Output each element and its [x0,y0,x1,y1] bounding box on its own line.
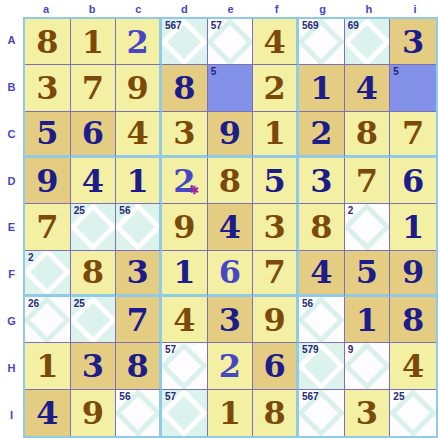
cell-value: 8 [356,117,378,149]
cell-Bf[interactable]: 2 [253,65,299,111]
pencil-marks: 57 [165,344,176,355]
col-label-i: i [392,0,438,17]
cell-value: 8 [127,350,149,382]
cell-Ge[interactable]: 3 [208,297,254,343]
cell-value: 9 [127,72,149,104]
cell-Ce[interactable]: 9 [208,112,254,158]
cell-value: 7 [127,304,149,336]
cell-value: 7 [36,211,58,243]
cell-Hf[interactable]: 6 [253,343,299,389]
cell-Ah[interactable]: 69 [345,19,391,65]
sudoku-board: 8125675745696933798521455643912879412✱85… [23,17,438,438]
cell-value: 4 [402,350,424,382]
pencil-marks: 56 [302,298,313,309]
cell-Bh[interactable]: 4 [345,65,391,111]
cell-value: 5 [36,117,58,149]
cell-value: 4 [36,397,58,429]
cell-Dc[interactable]: 1 [116,158,162,204]
cell-value: 8 [82,256,104,288]
column-labels: abcdefghi [23,0,438,17]
cell-Hi[interactable]: 4 [390,343,436,389]
cell-Bd[interactable]: 8 [162,65,208,111]
cell-Gh[interactable]: 1 [345,297,391,343]
cell-Fi[interactable]: 9 [390,251,436,297]
cell-value: 1 [127,165,149,197]
cell-Gd[interactable]: 4 [162,297,208,343]
row-label-D: D [0,157,23,204]
cell-value: 8 [402,304,424,336]
cell-value: 1 [310,72,332,104]
cell-Eh[interactable]: 2 [345,204,391,250]
cell-Bi[interactable]: 5 [390,65,436,111]
row-label-C: C [0,111,23,158]
cell-value: 3 [127,256,149,288]
cell-value: 1 [402,211,424,243]
col-label-d: d [161,0,207,17]
cell-value: 9 [36,165,58,197]
pencil-marks: 579 [302,344,319,355]
cell-Eg[interactable]: 8 [299,204,345,250]
cell-Hg[interactable]: 579 [299,343,345,389]
cell-value: 2 [310,117,332,149]
col-label-g: g [300,0,346,17]
cell-Ic[interactable]: 56 [116,390,162,436]
cell-value: 4 [310,256,332,288]
asterisk-icon: ✱ [189,184,198,197]
cell-value: 2 [127,26,149,58]
cell-value: 9 [219,117,241,149]
cell-value: 9 [173,211,195,243]
cell-value: 3 [310,165,332,197]
cell-Hb[interactable]: 3 [71,343,117,389]
cell-value: 5 [264,165,286,197]
cell-value: 2 [264,72,286,104]
cell-Dd[interactable]: 2✱ [162,158,208,204]
cell-value: 9 [402,256,424,288]
cell-Be[interactable]: 5 [208,65,254,111]
cell-Ch[interactable]: 8 [345,112,391,158]
col-label-f: f [254,0,300,17]
cell-value: 7 [402,117,424,149]
cell-value: 8 [264,397,286,429]
cell-value: 1 [173,256,195,288]
row-label-A: A [0,17,23,64]
cell-De[interactable]: 8 [208,158,254,204]
cell-Ih[interactable]: 3 [345,390,391,436]
cell-Ha[interactable]: 1 [25,343,71,389]
cell-value: 3 [356,397,378,429]
pencil-marks: 25 [74,298,85,309]
row-label-G: G [0,298,23,345]
cell-Hh[interactable]: 9 [345,343,391,389]
cell-Di[interactable]: 6 [390,158,436,204]
pencil-marks: 5 [211,66,217,77]
cell-Ed[interactable]: 9 [162,204,208,250]
cell-Ea[interactable]: 7 [25,204,71,250]
pencil-marks: 56 [119,205,130,216]
cell-Ib[interactable]: 9 [71,390,117,436]
pencil-marks: 2 [28,252,34,263]
cell-Bc[interactable]: 9 [116,65,162,111]
cell-Cd[interactable]: 3 [162,112,208,158]
cell-value: 4 [127,117,149,149]
cell-value: 4 [173,304,195,336]
cell-Ec[interactable]: 56 [116,204,162,250]
cell-value: 1 [36,350,58,382]
row-label-F: F [0,251,23,298]
pencil-marks: 567 [165,20,182,31]
row-label-E: E [0,204,23,251]
pencil-marks: 569 [302,20,319,31]
pencil-marks: 25 [393,391,404,402]
cell-Gb[interactable]: 25 [71,297,117,343]
cell-Ei[interactable]: 1 [390,204,436,250]
cell-Dg[interactable]: 3 [299,158,345,204]
cell-value: 4 [219,211,241,243]
cell-Fd[interactable]: 1 [162,251,208,297]
cell-Ae[interactable]: 57 [208,19,254,65]
cell-Ef[interactable]: 3 [253,204,299,250]
cell-Bb[interactable]: 7 [71,65,117,111]
cell-value: 1 [82,26,104,58]
cell-value: 3 [402,26,424,58]
cell-Fh[interactable]: 5 [345,251,391,297]
row-labels: ABCDEFGHI [0,17,23,438]
cell-value: 8 [173,72,195,104]
pencil-marks: 25 [74,205,85,216]
cell-Ig[interactable]: 567 [299,390,345,436]
col-label-e: e [207,0,253,17]
cell-Fg[interactable]: 4 [299,251,345,297]
cell-Cc[interactable]: 4 [116,112,162,158]
cell-Ab[interactable]: 1 [71,19,117,65]
cell-Db[interactable]: 4 [71,158,117,204]
cell-value: 8 [219,165,241,197]
cell-Af[interactable]: 4 [253,19,299,65]
cell-value: 9 [264,304,286,336]
cell-Df[interactable]: 5 [253,158,299,204]
col-label-b: b [69,0,115,17]
cell-value: 8 [310,211,332,243]
cell-Fe[interactable]: 6 [208,251,254,297]
cell-value: 6 [219,256,241,288]
pencil-marks: 5 [393,66,399,77]
cell-Ii[interactable]: 25 [390,390,436,436]
cell-value: 8 [36,26,58,58]
row-label-I: I [0,391,23,438]
pencil-marks: 2 [348,205,354,216]
cell-value: 3 [36,72,58,104]
cell-value: 1 [264,117,286,149]
col-label-c: c [115,0,161,17]
cell-value: 9 [82,397,104,429]
cell-value: 7 [82,72,104,104]
row-label-B: B [0,64,23,111]
cell-value: 4 [356,72,378,104]
col-label-h: h [346,0,392,17]
cell-Dh[interactable]: 7 [345,158,391,204]
cell-value: 7 [356,165,378,197]
cell-value: 3 [173,117,195,149]
cell-value: 1 [356,304,378,336]
cell-He[interactable]: 2 [208,343,254,389]
cell-Cb[interactable]: 6 [71,112,117,158]
row-label-H: H [0,344,23,391]
cell-Ff[interactable]: 7 [253,251,299,297]
pencil-marks: 57 [165,391,176,402]
cell-Gc[interactable]: 7 [116,297,162,343]
cell-value: 4 [264,26,286,58]
col-label-a: a [23,0,69,17]
cell-Fb[interactable]: 8 [71,251,117,297]
pencil-marks: 69 [348,20,359,31]
cell-Ie[interactable]: 1 [208,390,254,436]
cell-value: 6 [402,165,424,197]
cell-Da[interactable]: 9 [25,158,71,204]
pencil-marks: 57 [211,20,222,31]
cell-Fa[interactable]: 2 [25,251,71,297]
cell-Ac[interactable]: 2 [116,19,162,65]
sudoku-app: abcdefghi ABCDEFGHI 81256757456969337985… [0,0,438,438]
cell-Eb[interactable]: 25 [71,204,117,250]
cell-Gf[interactable]: 9 [253,297,299,343]
pencil-marks: 26 [28,298,39,309]
cell-Bg[interactable]: 1 [299,65,345,111]
cell-value: 4 [82,165,104,197]
cell-Ga[interactable]: 26 [25,297,71,343]
cell-Fc[interactable]: 3 [116,251,162,297]
pencil-marks: 56 [119,391,130,402]
cell-value: 3 [264,211,286,243]
pencil-marks: 9 [348,344,354,355]
cell-value: 3 [219,304,241,336]
cell-Ee[interactable]: 4 [208,204,254,250]
cell-value: 2 [219,350,241,382]
cell-Ci[interactable]: 7 [390,112,436,158]
cell-Gi[interactable]: 8 [390,297,436,343]
cell-Aa[interactable]: 8 [25,19,71,65]
cell-value: 7 [264,256,286,288]
cell-value: 5 [356,256,378,288]
cell-Ia[interactable]: 4 [25,390,71,436]
cell-Hc[interactable]: 8 [116,343,162,389]
cell-Ai[interactable]: 3 [390,19,436,65]
cell-value: 6 [82,117,104,149]
cell-Id[interactable]: 57 [162,390,208,436]
cell-value: 1 [219,397,241,429]
cell-value: 6 [264,350,286,382]
cell-Cf[interactable]: 1 [253,112,299,158]
cell-value: 3 [82,350,104,382]
cell-Cg[interactable]: 2 [299,112,345,158]
pencil-marks: 567 [302,391,319,402]
cell-If[interactable]: 8 [253,390,299,436]
cell-Ba[interactable]: 3 [25,65,71,111]
cell-Hd[interactable]: 57 [162,343,208,389]
cell-Gg[interactable]: 56 [299,297,345,343]
cell-Ca[interactable]: 5 [25,112,71,158]
cell-Ag[interactable]: 569 [299,19,345,65]
cell-Ad[interactable]: 567 [162,19,208,65]
